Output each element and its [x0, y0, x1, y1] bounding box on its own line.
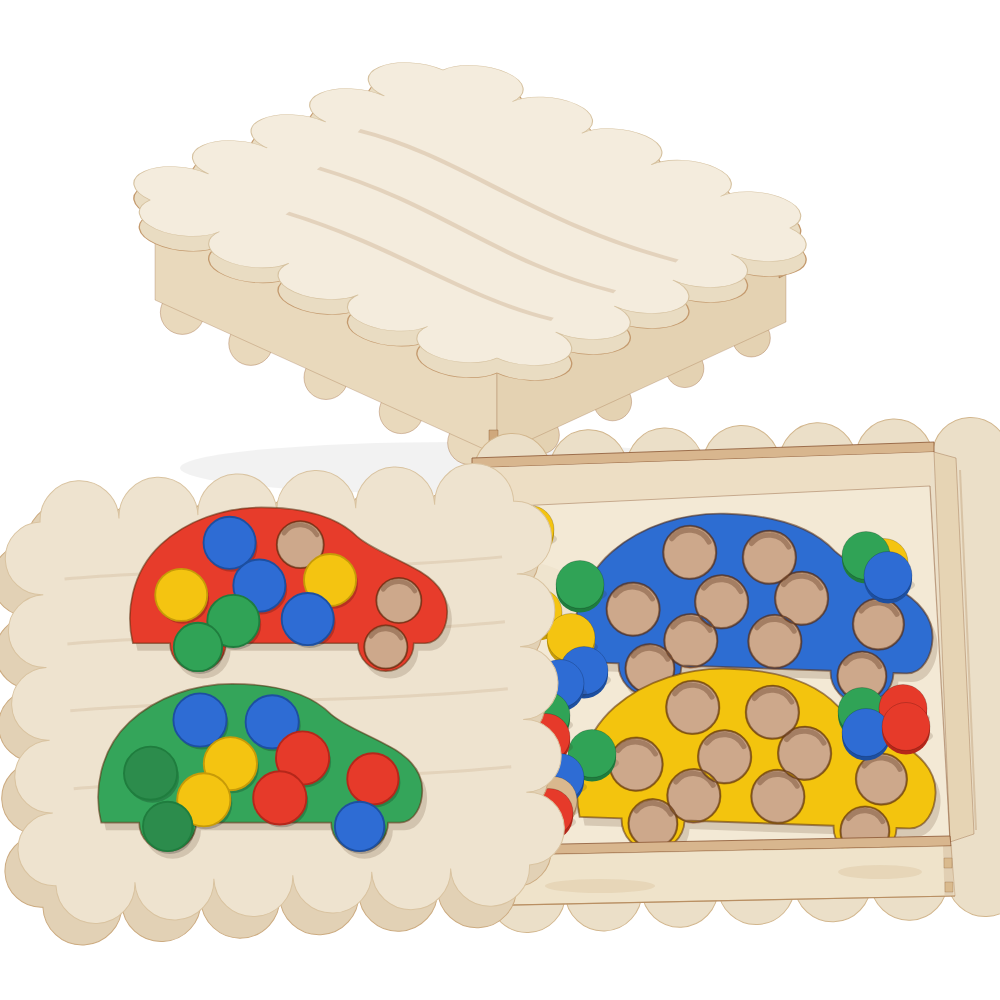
chip-red-in-low-right[interactable] [253, 771, 306, 824]
chip-green-in-mid-left[interactable] [124, 747, 177, 800]
left-board [0, 460, 569, 948]
chip-green-in-rear-wheel[interactable] [143, 802, 192, 851]
chip-yellow-in-mid-left[interactable] [155, 569, 207, 621]
wooden-toy-scene [0, 0, 1000, 1000]
chip-blue-in-roof-left[interactable] [173, 693, 226, 746]
chip-blue-in-low-right[interactable] [282, 593, 334, 645]
chip-blue-in-roof-left[interactable] [204, 517, 256, 569]
chip-blue-in-front-wheel[interactable] [335, 802, 384, 851]
chip-green-in-rear-wheel[interactable] [174, 623, 222, 671]
product-photo-stage [0, 0, 1000, 1000]
chip-red-in-hood[interactable] [347, 753, 398, 804]
